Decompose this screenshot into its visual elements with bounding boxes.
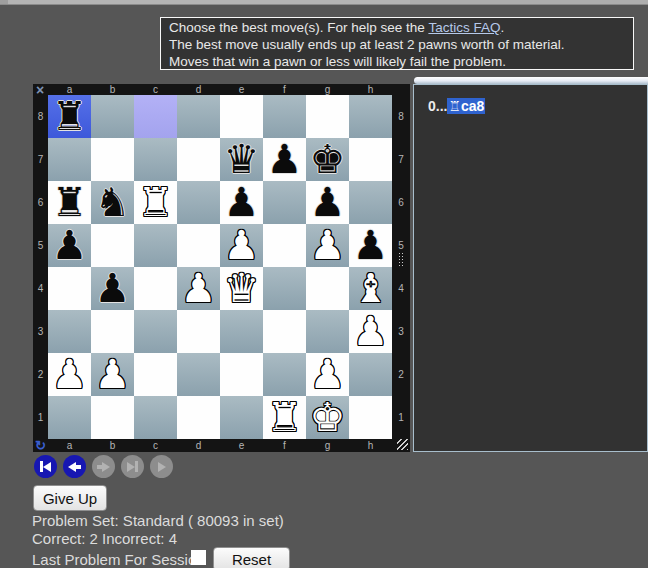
file-label-h: h (349, 439, 392, 452)
square-e8[interactable] (220, 95, 263, 138)
square-h2[interactable] (349, 353, 392, 396)
file-label-c: c (134, 84, 177, 95)
rank-label-1: 1 (392, 396, 410, 439)
file-label-f: f (263, 439, 306, 452)
square-f1[interactable]: ♜ (263, 396, 306, 439)
file-label-c: c (134, 439, 177, 452)
square-f6[interactable] (263, 181, 306, 224)
instruction-text: . (500, 20, 504, 35)
square-a5[interactable]: ♟ (48, 224, 91, 267)
square-d2[interactable] (177, 353, 220, 396)
rank-label-8: 8 (33, 95, 48, 138)
square-e1[interactable] (220, 396, 263, 439)
square-b6[interactable]: ♞ (91, 181, 134, 224)
square-d6[interactable] (177, 181, 220, 224)
square-a7[interactable] (48, 138, 91, 181)
square-d7[interactable] (177, 138, 220, 181)
black-king[interactable]: ♚ (310, 138, 346, 181)
square-b2[interactable]: ♟ (91, 353, 134, 396)
square-g4[interactable] (306, 267, 349, 310)
square-c5[interactable] (134, 224, 177, 267)
square-e7[interactable]: ♛ (220, 138, 263, 181)
square-d3[interactable] (177, 310, 220, 353)
square-g6[interactable]: ♟ (306, 181, 349, 224)
rank-label-1: 1 (33, 396, 48, 439)
square-c1[interactable] (134, 396, 177, 439)
selected-move[interactable]: ♖ca8 (447, 98, 485, 114)
square-h1[interactable] (349, 396, 392, 439)
problem-set-label: Problem Set: Standard ( 80093 in set) (32, 512, 284, 529)
rank-label-5: 5 (33, 224, 48, 267)
square-c6[interactable]: ♜ (134, 181, 177, 224)
square-g3[interactable] (306, 310, 349, 353)
square-g1[interactable]: ♚ (306, 396, 349, 439)
file-label-g: g (306, 84, 349, 95)
rank-label-7: 7 (392, 138, 410, 181)
white-queen[interactable]: ♛ (224, 267, 260, 310)
white-king[interactable]: ♚ (310, 396, 346, 439)
square-e4[interactable]: ♛ (220, 267, 263, 310)
black-queen[interactable]: ♛ (224, 138, 260, 181)
move-text: ca8 (461, 98, 484, 114)
last-icon (127, 462, 135, 472)
rank-label-2: 2 (392, 353, 410, 396)
rank-label-6: 6 (33, 181, 48, 224)
white-rook[interactable]: ♜ (267, 396, 303, 439)
page: Choose the best move(s). For help see th… (0, 0, 648, 568)
square-d4[interactable]: ♟ (177, 267, 220, 310)
file-label-d: d (177, 84, 220, 95)
square-e6[interactable]: ♟ (220, 181, 263, 224)
rank-label-3: 3 (33, 310, 48, 353)
tactics-faq-link[interactable]: Tactics FAQ (428, 20, 500, 35)
black-pawn[interactable]: ♟ (353, 224, 389, 267)
square-h3[interactable]: ♟ (349, 310, 392, 353)
nav-play-button[interactable] (150, 455, 173, 478)
rank-label-6: 6 (392, 181, 410, 224)
square-c4[interactable] (134, 267, 177, 310)
forward-icon (102, 462, 110, 472)
square-e2[interactable] (220, 353, 263, 396)
rook-figurine-icon: ♖ (448, 98, 461, 114)
file-label-e: e (220, 84, 263, 95)
square-c8[interactable] (134, 95, 177, 138)
square-e3[interactable] (220, 310, 263, 353)
white-pawn[interactable]: ♟ (95, 353, 131, 396)
black-knight[interactable]: ♞ (95, 181, 131, 224)
square-c3[interactable] (134, 310, 177, 353)
square-h7[interactable] (349, 138, 392, 181)
nav-controls (34, 455, 173, 478)
instruction-box: Choose the best move(s). For help see th… (160, 17, 634, 70)
file-label-f: f (263, 84, 306, 95)
square-f8[interactable] (263, 95, 306, 138)
square-f2[interactable] (263, 353, 306, 396)
black-pawn[interactable]: ♟ (267, 138, 303, 181)
square-b7[interactable] (91, 138, 134, 181)
top-strip (0, 0, 648, 5)
move-entry[interactable]: 0...♖ca8 (428, 98, 647, 114)
rank-label-3: 3 (392, 310, 410, 353)
file-label-e: e (220, 439, 263, 452)
chess-board: ♜♛♟♚♜♞♜♟♟♟♟♟♟♟♟♛♝♟♟♟♟♜♚ (48, 95, 392, 439)
square-g8[interactable] (306, 95, 349, 138)
white-pawn[interactable]: ♟ (52, 353, 88, 396)
first-icon (43, 462, 51, 472)
square-f4[interactable] (263, 267, 306, 310)
rank-label-8: 8 (392, 95, 410, 138)
black-rook[interactable]: ♜ (52, 95, 88, 138)
white-rook[interactable]: ♜ (138, 181, 174, 224)
back-icon (76, 465, 81, 469)
rank-label-4: 4 (392, 267, 410, 310)
drag-handle-icon[interactable] (398, 252, 405, 268)
square-d5[interactable] (177, 224, 220, 267)
square-a2[interactable]: ♟ (48, 353, 91, 396)
refresh-icon[interactable]: ↻ (35, 438, 46, 453)
back-icon (68, 462, 76, 472)
resize-handle-icon[interactable] (397, 439, 408, 450)
square-h6[interactable] (349, 181, 392, 224)
square-d8[interactable] (177, 95, 220, 138)
instruction-line-1: Choose the best move(s). For help see th… (169, 19, 625, 36)
nav-last-button[interactable] (121, 455, 144, 478)
nav-back-button[interactable] (63, 455, 86, 478)
square-b3[interactable] (91, 310, 134, 353)
square-b8[interactable] (91, 95, 134, 138)
file-labels-top: abcdefgh (48, 84, 392, 95)
square-a6[interactable]: ♜ (48, 181, 91, 224)
file-label-b: b (91, 439, 134, 452)
panel-scrollbar[interactable] (414, 77, 648, 84)
play-icon (158, 462, 166, 472)
white-pawn[interactable]: ♟ (224, 224, 260, 267)
file-label-a: a (48, 439, 91, 452)
instruction-text: Choose the best move(s). For help see th… (169, 20, 428, 35)
score-label: Correct: 2 Incorrect: 4 (32, 530, 177, 547)
square-g7[interactable]: ♚ (306, 138, 349, 181)
black-pawn[interactable]: ♟ (224, 181, 260, 224)
file-labels-bottom: abcdefgh (48, 439, 392, 452)
square-a8[interactable]: ♜ (48, 95, 91, 138)
black-pawn[interactable]: ♟ (310, 181, 346, 224)
square-f7[interactable]: ♟ (263, 138, 306, 181)
nav-forward-button[interactable] (92, 455, 115, 478)
square-b1[interactable] (91, 396, 134, 439)
square-f3[interactable] (263, 310, 306, 353)
rank-label-4: 4 (33, 267, 48, 310)
file-label-g: g (306, 439, 349, 452)
square-h4[interactable]: ♝ (349, 267, 392, 310)
square-e5[interactable]: ♟ (220, 224, 263, 267)
instruction-line-3: Moves that win a pawn or less will likel… (169, 53, 625, 70)
square-b4[interactable]: ♟ (91, 267, 134, 310)
square-c2[interactable] (134, 353, 177, 396)
instruction-line-2: The best move usually ends up at least 2… (169, 36, 625, 53)
file-label-b: b (91, 84, 134, 95)
square-f5[interactable] (263, 224, 306, 267)
square-g5[interactable]: ♟ (306, 224, 349, 267)
black-pawn[interactable]: ♟ (52, 224, 88, 267)
white-pawn[interactable]: ♟ (310, 353, 346, 396)
black-pawn[interactable]: ♟ (95, 267, 131, 310)
chess-board-widget: × ↻ abcdefgh abcdefgh 87654321 87654321 … (33, 84, 410, 452)
black-rook[interactable]: ♜ (52, 181, 88, 224)
square-h5[interactable]: ♟ (349, 224, 392, 267)
white-pawn[interactable]: ♟ (181, 267, 217, 310)
nav-first-button[interactable] (34, 455, 57, 478)
square-h8[interactable] (349, 95, 392, 138)
file-label-d: d (177, 439, 220, 452)
give-up-button[interactable]: Give Up (33, 485, 107, 511)
reset-button[interactable]: Reset (213, 547, 290, 568)
square-a3[interactable] (48, 310, 91, 353)
rank-label-7: 7 (33, 138, 48, 181)
square-b5[interactable] (91, 224, 134, 267)
square-a1[interactable] (48, 396, 91, 439)
rank-label-2: 2 (33, 353, 48, 396)
white-pawn[interactable]: ♟ (310, 224, 346, 267)
last-icon (135, 461, 138, 472)
move-number: 0... (428, 98, 447, 114)
square-c7[interactable] (134, 138, 177, 181)
square-g2[interactable]: ♟ (306, 353, 349, 396)
white-pawn[interactable]: ♟ (353, 310, 389, 353)
last-problem-checkbox[interactable] (191, 550, 206, 565)
square-d1[interactable] (177, 396, 220, 439)
white-bishop[interactable]: ♝ (353, 267, 389, 310)
last-problem-label: Last Problem For Session (32, 551, 205, 568)
move-list-panel: 0...♖ca8 (413, 84, 648, 452)
rank-labels-left: 87654321 (33, 95, 48, 439)
square-a4[interactable] (48, 267, 91, 310)
file-label-h: h (349, 84, 392, 95)
